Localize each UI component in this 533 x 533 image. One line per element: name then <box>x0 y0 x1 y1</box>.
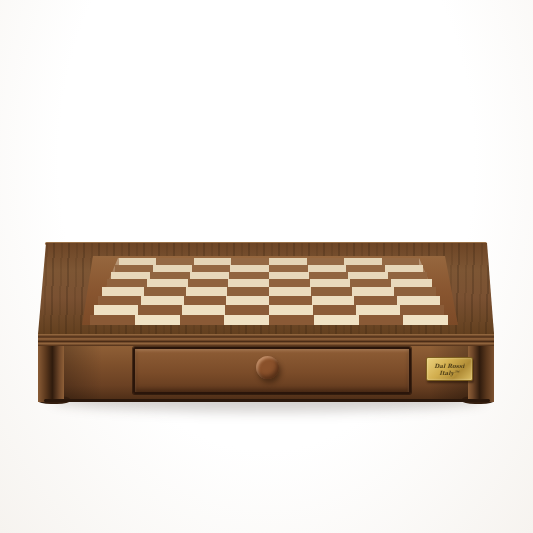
square-h4[interactable] <box>394 287 436 296</box>
square-g1[interactable] <box>359 315 404 325</box>
square-c3[interactable] <box>184 296 227 306</box>
plaque-line-1: Dal Rossi <box>434 362 464 368</box>
square-h6[interactable] <box>388 272 428 280</box>
square-f7[interactable] <box>308 265 347 272</box>
square-b4[interactable] <box>144 287 186 296</box>
square-c1[interactable] <box>180 315 225 325</box>
square-a7[interactable] <box>115 265 154 272</box>
square-h1[interactable] <box>403 315 448 325</box>
square-f3[interactable] <box>312 296 355 306</box>
square-g4[interactable] <box>352 287 394 296</box>
square-b1[interactable] <box>135 315 180 325</box>
square-g2[interactable] <box>356 305 400 315</box>
plaque-line-2: Italy™ <box>439 370 459 376</box>
square-c6[interactable] <box>190 272 230 280</box>
square-h7[interactable] <box>385 265 424 272</box>
square-e6[interactable] <box>269 272 309 280</box>
square-f5[interactable] <box>310 279 351 287</box>
square-g5[interactable] <box>350 279 391 287</box>
square-c7[interactable] <box>192 265 231 272</box>
board-row-rank-4 <box>102 287 435 296</box>
square-b2[interactable] <box>138 305 182 315</box>
square-a6[interactable] <box>111 272 151 280</box>
square-e3[interactable] <box>269 296 312 306</box>
square-g3[interactable] <box>354 296 397 306</box>
square-b6[interactable] <box>150 272 190 280</box>
square-f1[interactable] <box>314 315 359 325</box>
square-a2[interactable] <box>94 305 138 315</box>
square-a5[interactable] <box>107 279 148 287</box>
square-e2[interactable] <box>269 305 313 315</box>
square-b5[interactable] <box>147 279 188 287</box>
square-e5[interactable] <box>269 279 310 287</box>
square-d5[interactable] <box>228 279 269 287</box>
case-bottom-edge <box>44 399 490 402</box>
board-row-rank-3 <box>98 296 439 306</box>
square-h5[interactable] <box>391 279 432 287</box>
board-row-rank-7 <box>115 265 424 272</box>
board-row-rank-2 <box>94 305 444 315</box>
square-e7[interactable] <box>269 265 308 272</box>
square-d4[interactable] <box>227 287 269 296</box>
case-molding <box>38 334 494 346</box>
case-corner-left <box>38 346 64 402</box>
board-row-rank-5 <box>107 279 432 287</box>
square-d1[interactable] <box>224 315 269 325</box>
square-h3[interactable] <box>397 296 440 306</box>
square-b7[interactable] <box>153 265 192 272</box>
square-a3[interactable] <box>98 296 141 306</box>
square-f4[interactable] <box>311 287 353 296</box>
square-f2[interactable] <box>313 305 357 315</box>
square-b3[interactable] <box>141 296 184 306</box>
drawer-knob[interactable] <box>256 356 279 379</box>
square-f6[interactable] <box>309 272 349 280</box>
square-a1[interactable] <box>90 315 135 325</box>
square-d3[interactable] <box>226 296 269 306</box>
board-row-rank-1 <box>90 315 448 325</box>
board-row-rank-6 <box>111 272 428 280</box>
square-h2[interactable] <box>400 305 444 315</box>
square-c4[interactable] <box>186 287 228 296</box>
square-d2[interactable] <box>225 305 269 315</box>
brass-plaque: Dal Rossi Italy™ <box>426 357 473 381</box>
square-a4[interactable] <box>102 287 144 296</box>
square-d7[interactable] <box>230 265 269 272</box>
square-e4[interactable] <box>269 287 311 296</box>
square-g6[interactable] <box>348 272 388 280</box>
square-e1[interactable] <box>269 315 314 325</box>
square-c2[interactable] <box>182 305 226 315</box>
square-d6[interactable] <box>229 272 269 280</box>
square-c5[interactable] <box>188 279 229 287</box>
chess-set-photo: Dal Rossi Italy™ ♜♞♝♛♚♝♞♜♟♟♟♟♟♟♟♟♟♟♟♟♟♟♟… <box>0 0 533 533</box>
square-g7[interactable] <box>346 265 385 272</box>
